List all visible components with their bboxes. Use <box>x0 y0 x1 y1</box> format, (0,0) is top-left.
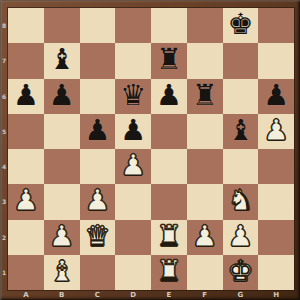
square-h1[interactable] <box>258 255 294 290</box>
rank-label-4: 4 <box>0 149 8 184</box>
rank-label-6: 6 <box>0 79 8 114</box>
piece-white-pawn[interactable]: ♟ <box>49 222 75 251</box>
square-g7[interactable] <box>223 43 259 78</box>
file-label-d: D <box>115 290 151 300</box>
square-c7[interactable] <box>80 43 116 78</box>
square-a3[interactable]: ♟ <box>8 184 44 219</box>
square-b3[interactable] <box>44 184 80 219</box>
rank-label-2: 2 <box>0 220 8 255</box>
square-a1[interactable] <box>8 255 44 290</box>
file-labels: ABCDEFGH <box>8 290 294 300</box>
square-f4[interactable] <box>187 149 223 184</box>
square-e2[interactable]: ♜ <box>151 220 187 255</box>
square-a4[interactable] <box>8 149 44 184</box>
file-label-a: A <box>8 290 44 300</box>
square-b6[interactable]: ♟ <box>44 79 80 114</box>
piece-black-pawn[interactable]: ♟ <box>156 81 182 110</box>
square-f7[interactable] <box>187 43 223 78</box>
square-c3[interactable]: ♟ <box>80 184 116 219</box>
piece-black-queen[interactable]: ♛ <box>120 81 146 110</box>
piece-black-pawn[interactable]: ♟ <box>84 116 110 145</box>
file-label-h: H <box>258 290 294 300</box>
rank-label-8: 8 <box>0 8 8 43</box>
square-g4[interactable] <box>223 149 259 184</box>
rank-label-1: 1 <box>0 255 8 290</box>
piece-white-rook[interactable]: ♜ <box>156 222 182 251</box>
piece-white-pawn[interactable]: ♟ <box>263 116 289 145</box>
piece-black-king[interactable]: ♚ <box>227 10 253 39</box>
square-b7[interactable]: ♝ <box>44 43 80 78</box>
square-h6[interactable]: ♟ <box>258 79 294 114</box>
square-g5[interactable]: ♝ <box>223 114 259 149</box>
square-e3[interactable] <box>151 184 187 219</box>
piece-black-pawn[interactable]: ♟ <box>49 81 75 110</box>
square-f1[interactable] <box>187 255 223 290</box>
square-f3[interactable] <box>187 184 223 219</box>
piece-white-bishop[interactable]: ♝ <box>49 257 75 286</box>
piece-white-king[interactable]: ♚ <box>227 257 253 286</box>
piece-black-rook[interactable]: ♜ <box>192 81 218 110</box>
piece-black-pawn[interactable]: ♟ <box>263 81 289 110</box>
piece-white-pawn[interactable]: ♟ <box>84 186 110 215</box>
square-c4[interactable] <box>80 149 116 184</box>
square-h2[interactable] <box>258 220 294 255</box>
rank-label-3: 3 <box>0 184 8 219</box>
file-label-f: F <box>187 290 223 300</box>
square-d2[interactable] <box>115 220 151 255</box>
piece-black-pawn[interactable]: ♟ <box>13 81 39 110</box>
square-b5[interactable] <box>44 114 80 149</box>
square-e1[interactable]: ♜ <box>151 255 187 290</box>
square-d3[interactable] <box>115 184 151 219</box>
piece-white-pawn[interactable]: ♟ <box>192 222 218 251</box>
square-d8[interactable] <box>115 8 151 43</box>
chess-board-frame: 87654321 ♚♝♜♟♟♛♟♜♟♟♟♝♟♟♟♟♞♟♛♜♟♟♝♜♚ ABCDE… <box>0 0 300 300</box>
square-g2[interactable]: ♟ <box>223 220 259 255</box>
piece-white-pawn[interactable]: ♟ <box>120 151 146 180</box>
piece-black-bishop[interactable]: ♝ <box>227 116 253 145</box>
file-label-e: E <box>151 290 187 300</box>
square-a2[interactable] <box>8 220 44 255</box>
square-c2[interactable]: ♛ <box>80 220 116 255</box>
piece-black-pawn[interactable]: ♟ <box>120 116 146 145</box>
square-f6[interactable]: ♜ <box>187 79 223 114</box>
square-b1[interactable]: ♝ <box>44 255 80 290</box>
rank-label-7: 7 <box>0 43 8 78</box>
square-g8[interactable]: ♚ <box>223 8 259 43</box>
piece-white-queen[interactable]: ♛ <box>84 222 110 251</box>
chess-board: ♚♝♜♟♟♛♟♜♟♟♟♝♟♟♟♟♞♟♛♜♟♟♝♜♚ <box>8 8 294 290</box>
square-h7[interactable] <box>258 43 294 78</box>
square-e6[interactable]: ♟ <box>151 79 187 114</box>
square-e5[interactable] <box>151 114 187 149</box>
square-d6[interactable]: ♛ <box>115 79 151 114</box>
square-d5[interactable]: ♟ <box>115 114 151 149</box>
rank-label-5: 5 <box>0 114 8 149</box>
square-d4[interactable]: ♟ <box>115 149 151 184</box>
square-e4[interactable] <box>151 149 187 184</box>
square-a7[interactable] <box>8 43 44 78</box>
square-h3[interactable] <box>258 184 294 219</box>
square-h5[interactable]: ♟ <box>258 114 294 149</box>
square-c8[interactable] <box>80 8 116 43</box>
square-f2[interactable]: ♟ <box>187 220 223 255</box>
piece-white-pawn[interactable]: ♟ <box>227 222 253 251</box>
piece-black-bishop[interactable]: ♝ <box>49 45 75 74</box>
square-e8[interactable] <box>151 8 187 43</box>
square-b2[interactable]: ♟ <box>44 220 80 255</box>
piece-white-knight[interactable]: ♞ <box>227 186 253 215</box>
piece-white-pawn[interactable]: ♟ <box>13 186 39 215</box>
file-label-b: B <box>44 290 80 300</box>
square-g1[interactable]: ♚ <box>223 255 259 290</box>
square-g3[interactable]: ♞ <box>223 184 259 219</box>
rank-labels: 87654321 <box>0 8 8 290</box>
square-c6[interactable] <box>80 79 116 114</box>
square-f5[interactable] <box>187 114 223 149</box>
square-h8[interactable] <box>258 8 294 43</box>
square-b8[interactable] <box>44 8 80 43</box>
square-h4[interactable] <box>258 149 294 184</box>
square-a6[interactable]: ♟ <box>8 79 44 114</box>
square-c1[interactable] <box>80 255 116 290</box>
square-a8[interactable] <box>8 8 44 43</box>
piece-white-rook[interactable]: ♜ <box>156 257 182 286</box>
square-d1[interactable] <box>115 255 151 290</box>
square-b4[interactable] <box>44 149 80 184</box>
file-label-g: G <box>223 290 259 300</box>
square-e7[interactable]: ♜ <box>151 43 187 78</box>
square-a5[interactable] <box>8 114 44 149</box>
square-c5[interactable]: ♟ <box>80 114 116 149</box>
file-label-c: C <box>80 290 116 300</box>
square-f8[interactable] <box>187 8 223 43</box>
piece-black-rook[interactable]: ♜ <box>156 45 182 74</box>
square-g6[interactable] <box>223 79 259 114</box>
square-d7[interactable] <box>115 43 151 78</box>
